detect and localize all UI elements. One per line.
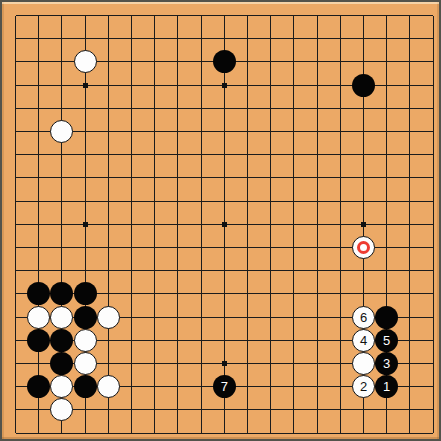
white-stone[interactable] bbox=[50, 306, 73, 329]
white-stone[interactable] bbox=[352, 352, 375, 375]
white-stone[interactable] bbox=[50, 375, 73, 398]
black-stone[interactable] bbox=[50, 352, 73, 375]
white-stone[interactable] bbox=[74, 352, 97, 375]
black-stone[interactable]: 1 bbox=[375, 375, 398, 398]
grid-line-horizontal bbox=[16, 270, 434, 271]
grid-line-vertical bbox=[409, 16, 410, 434]
white-stone[interactable]: 4 bbox=[352, 329, 375, 352]
go-board[interactable]: 6453721 bbox=[0, 0, 441, 441]
star-point bbox=[83, 222, 88, 227]
black-stone[interactable] bbox=[50, 329, 73, 352]
white-stone[interactable]: 6 bbox=[352, 306, 375, 329]
white-stone[interactable] bbox=[27, 306, 50, 329]
grid-line-vertical bbox=[340, 16, 341, 434]
black-stone[interactable] bbox=[27, 282, 50, 305]
black-stone[interactable]: 5 bbox=[375, 329, 398, 352]
grid-line-horizontal bbox=[16, 409, 434, 410]
circle-marker-icon bbox=[357, 241, 370, 254]
white-stone[interactable] bbox=[50, 120, 73, 143]
black-stone[interactable]: 3 bbox=[375, 352, 398, 375]
white-stone[interactable] bbox=[50, 398, 73, 421]
grid-line-vertical bbox=[433, 16, 434, 434]
star-point bbox=[83, 83, 88, 88]
white-stone[interactable] bbox=[97, 306, 120, 329]
white-stone[interactable] bbox=[97, 375, 120, 398]
star-point bbox=[222, 83, 227, 88]
grid-line-vertical bbox=[317, 16, 318, 434]
black-stone[interactable] bbox=[27, 375, 50, 398]
move-number-label: 6 bbox=[360, 311, 367, 324]
move-number-label: 7 bbox=[221, 380, 228, 393]
star-point bbox=[361, 222, 366, 227]
move-number-label: 2 bbox=[360, 380, 367, 393]
grid-line-vertical bbox=[247, 16, 248, 434]
black-stone[interactable]: 7 bbox=[213, 375, 236, 398]
black-stone[interactable] bbox=[74, 282, 97, 305]
white-stone[interactable]: 2 bbox=[352, 375, 375, 398]
move-number-label: 5 bbox=[383, 334, 390, 347]
white-stone[interactable] bbox=[74, 329, 97, 352]
star-point bbox=[222, 361, 227, 366]
black-stone[interactable] bbox=[375, 306, 398, 329]
move-number-label: 3 bbox=[383, 357, 390, 370]
black-stone[interactable] bbox=[74, 306, 97, 329]
grid-line-horizontal bbox=[16, 433, 434, 434]
white-stone[interactable] bbox=[352, 236, 375, 259]
black-stone[interactable] bbox=[50, 282, 73, 305]
grid-line-vertical bbox=[270, 16, 271, 434]
white-stone[interactable] bbox=[74, 50, 97, 73]
black-stone[interactable] bbox=[213, 50, 236, 73]
move-number-label: 1 bbox=[383, 380, 390, 393]
star-point bbox=[222, 222, 227, 227]
black-stone[interactable] bbox=[352, 74, 375, 97]
black-stone[interactable] bbox=[74, 375, 97, 398]
grid-line-vertical bbox=[293, 16, 294, 434]
move-number-label: 4 bbox=[360, 334, 367, 347]
black-stone[interactable] bbox=[27, 329, 50, 352]
